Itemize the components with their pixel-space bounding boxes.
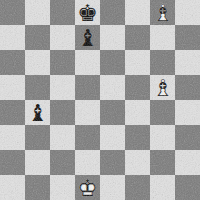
square-e7[interactable] xyxy=(100,25,125,50)
square-d8[interactable]: ♚ xyxy=(75,0,100,25)
square-b4[interactable]: ♝ xyxy=(25,100,50,125)
square-c8[interactable] xyxy=(50,0,75,25)
square-h8[interactable] xyxy=(175,0,200,25)
chess-board-grid: ♚♝♗♝♝♗♝♚♔ xyxy=(0,0,200,200)
square-e5[interactable] xyxy=(100,75,125,100)
black-king-piece[interactable]: ♚ xyxy=(75,0,100,25)
square-b3[interactable] xyxy=(25,125,50,150)
square-h6[interactable] xyxy=(175,50,200,75)
square-e8[interactable] xyxy=(100,0,125,25)
black-bishop-piece[interactable]: ♝ xyxy=(25,100,50,125)
square-d7[interactable]: ♝ xyxy=(75,25,100,50)
white-bishop-piece[interactable]: ♝♗ xyxy=(150,75,175,100)
square-b2[interactable] xyxy=(25,150,50,175)
square-f3[interactable] xyxy=(125,125,150,150)
square-b8[interactable] xyxy=(25,0,50,25)
square-f2[interactable] xyxy=(125,150,150,175)
square-g1[interactable] xyxy=(150,175,175,200)
square-h2[interactable] xyxy=(175,150,200,175)
square-g4[interactable] xyxy=(150,100,175,125)
square-c2[interactable] xyxy=(50,150,75,175)
white-bishop-glyph-outline: ♗ xyxy=(150,0,175,25)
square-f4[interactable] xyxy=(125,100,150,125)
square-c5[interactable] xyxy=(50,75,75,100)
square-f1[interactable] xyxy=(125,175,150,200)
square-a8[interactable] xyxy=(0,0,25,25)
square-a2[interactable] xyxy=(0,150,25,175)
square-h1[interactable] xyxy=(175,175,200,200)
square-c6[interactable] xyxy=(50,50,75,75)
square-a4[interactable] xyxy=(0,100,25,125)
square-h4[interactable] xyxy=(175,100,200,125)
square-b7[interactable] xyxy=(25,25,50,50)
chess-board: ♚♝♗♝♝♗♝♚♔ xyxy=(0,0,200,200)
square-h7[interactable] xyxy=(175,25,200,50)
square-h5[interactable] xyxy=(175,75,200,100)
square-g7[interactable] xyxy=(150,25,175,50)
square-c7[interactable] xyxy=(50,25,75,50)
square-d4[interactable] xyxy=(75,100,100,125)
square-d2[interactable] xyxy=(75,150,100,175)
black-king-glyph: ♚ xyxy=(75,0,100,25)
square-f6[interactable] xyxy=(125,50,150,75)
square-d1[interactable]: ♚♔ xyxy=(75,175,100,200)
square-f8[interactable] xyxy=(125,0,150,25)
square-a7[interactable] xyxy=(0,25,25,50)
square-a1[interactable] xyxy=(0,175,25,200)
square-c3[interactable] xyxy=(50,125,75,150)
white-bishop-glyph-outline: ♗ xyxy=(150,75,175,100)
square-f7[interactable] xyxy=(125,25,150,50)
white-bishop-piece[interactable]: ♝♗ xyxy=(150,0,175,25)
square-e1[interactable] xyxy=(100,175,125,200)
square-g8[interactable]: ♝♗ xyxy=(150,0,175,25)
square-a3[interactable] xyxy=(0,125,25,150)
square-b5[interactable] xyxy=(25,75,50,100)
white-king-piece[interactable]: ♚♔ xyxy=(75,175,100,200)
square-b1[interactable] xyxy=(25,175,50,200)
black-bishop-glyph: ♝ xyxy=(75,25,100,50)
black-bishop-piece[interactable]: ♝ xyxy=(75,25,100,50)
square-h3[interactable] xyxy=(175,125,200,150)
square-d5[interactable] xyxy=(75,75,100,100)
square-c4[interactable] xyxy=(50,100,75,125)
square-d3[interactable] xyxy=(75,125,100,150)
square-g3[interactable] xyxy=(150,125,175,150)
square-e3[interactable] xyxy=(100,125,125,150)
square-a6[interactable] xyxy=(0,50,25,75)
square-g5[interactable]: ♝♗ xyxy=(150,75,175,100)
square-c1[interactable] xyxy=(50,175,75,200)
square-e6[interactable] xyxy=(100,50,125,75)
square-e4[interactable] xyxy=(100,100,125,125)
black-bishop-glyph: ♝ xyxy=(25,100,50,125)
square-d6[interactable] xyxy=(75,50,100,75)
square-g6[interactable] xyxy=(150,50,175,75)
square-b6[interactable] xyxy=(25,50,50,75)
square-f5[interactable] xyxy=(125,75,150,100)
square-a5[interactable] xyxy=(0,75,25,100)
white-king-glyph-outline: ♔ xyxy=(75,175,100,200)
square-g2[interactable] xyxy=(150,150,175,175)
square-e2[interactable] xyxy=(100,150,125,175)
